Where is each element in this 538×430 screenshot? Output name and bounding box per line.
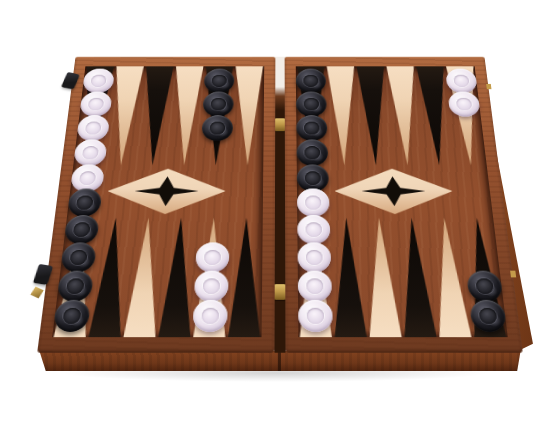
- point-9: [157, 218, 198, 337]
- clasp-latch-bottom-icon: [33, 264, 53, 285]
- black-checker-point-12[interactable]: [57, 271, 94, 302]
- black-checker-point-17[interactable]: [202, 92, 233, 117]
- white-checker-point-6[interactable]: [297, 189, 330, 217]
- brass-latch-pin-icon: [30, 287, 43, 299]
- white-checker-point-13[interactable]: [73, 139, 107, 166]
- checker-stack-point-24: [445, 69, 481, 117]
- point-22: [385, 66, 423, 165]
- open-board: [37, 57, 523, 353]
- white-checker-point-8[interactable]: [195, 242, 229, 272]
- black-checker-point-19[interactable]: [296, 115, 327, 141]
- black-checker-point-1[interactable]: [466, 271, 503, 302]
- white-checker-point-24[interactable]: [445, 69, 478, 93]
- black-checker-point-12[interactable]: [67, 189, 102, 217]
- white-checker-point-6[interactable]: [297, 215, 330, 244]
- diamond-inlay-left: [105, 169, 226, 214]
- backgammon-board: [37, 57, 523, 353]
- clasp-latch-top-icon: [61, 72, 80, 89]
- checker-stack-point-1: [466, 271, 507, 332]
- point-21: [355, 66, 391, 165]
- product-photo-scene: [0, 0, 538, 430]
- point-16: [168, 66, 204, 165]
- diamond-inlay-right: [334, 169, 455, 214]
- point-18: [232, 66, 265, 165]
- brass-catch-pin-bottom-icon: [510, 271, 516, 278]
- white-checker-point-6[interactable]: [298, 242, 332, 272]
- board-half-left: [37, 57, 275, 353]
- brass-hinge-top-icon: [275, 118, 285, 131]
- box-front-wall: [37, 351, 523, 371]
- checker-stack-point-6: [297, 189, 333, 333]
- checker-stack-point-19: [296, 69, 329, 192]
- white-checker-point-24[interactable]: [447, 92, 480, 117]
- white-checker-point-8[interactable]: [192, 300, 228, 332]
- point-5: [330, 218, 368, 337]
- black-checker-point-19[interactable]: [297, 139, 329, 166]
- black-checker-point-12[interactable]: [60, 242, 97, 272]
- checker-stack-point-13: [70, 69, 115, 192]
- playing-field-right: [296, 66, 508, 337]
- point-20: [326, 66, 361, 165]
- black-checker-point-19[interactable]: [296, 69, 326, 93]
- playing-field-left: [52, 66, 264, 337]
- white-checker-point-13[interactable]: [76, 115, 110, 141]
- point-3: [395, 218, 438, 337]
- point-15: [137, 66, 175, 165]
- checker-stack-point-8: [192, 242, 229, 332]
- black-checker-point-12[interactable]: [64, 215, 100, 244]
- white-checker-point-13[interactable]: [79, 92, 112, 117]
- white-checker-point-8[interactable]: [194, 271, 229, 302]
- checker-stack-point-17: [201, 69, 234, 141]
- black-checker-point-17[interactable]: [201, 115, 233, 141]
- white-checker-point-6[interactable]: [298, 300, 333, 332]
- black-checker-point-17[interactable]: [203, 69, 234, 93]
- white-checker-point-13[interactable]: [82, 69, 115, 93]
- black-checker-point-19[interactable]: [296, 92, 327, 117]
- point-7: [227, 218, 263, 337]
- white-checker-point-6[interactable]: [298, 271, 332, 302]
- black-checker-point-12[interactable]: [53, 300, 91, 332]
- point-10: [122, 218, 165, 337]
- diamond-star-left: [133, 176, 199, 206]
- brass-catch-pin-top-icon: [486, 84, 491, 89]
- brass-hinge-bottom-icon: [275, 284, 286, 300]
- diamond-star-right: [361, 176, 427, 206]
- board-half-right: [285, 57, 523, 353]
- black-checker-point-1[interactable]: [469, 300, 507, 332]
- point-4: [363, 218, 404, 337]
